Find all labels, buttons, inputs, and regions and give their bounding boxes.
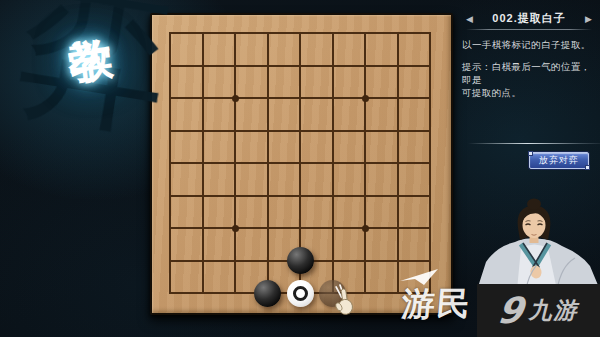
tutorial-banner: 弈 教学 (14, 0, 144, 170)
board-cell[interactable] (301, 34, 334, 67)
gamersky-text: 游民 (400, 282, 474, 327)
board-cell[interactable] (236, 262, 269, 295)
board-cell[interactable] (301, 197, 334, 230)
board-cell[interactable] (171, 34, 204, 67)
board-cell[interactable] (334, 67, 367, 100)
board-cell[interactable] (366, 132, 399, 165)
jiuyou-9-logo: 9 (496, 290, 527, 331)
board-cell[interactable] (236, 99, 269, 132)
board-cell[interactable] (269, 197, 302, 230)
board-cell[interactable] (366, 262, 399, 295)
board-cell[interactable] (334, 34, 367, 67)
board-cell[interactable] (171, 164, 204, 197)
board-cell[interactable] (366, 229, 399, 262)
board-cell[interactable] (366, 67, 399, 100)
board-cell[interactable] (334, 197, 367, 230)
board-cell[interactable] (171, 132, 204, 165)
board-cell[interactable] (171, 229, 204, 262)
abandon-game-button[interactable]: 放弃对弈 (529, 152, 589, 169)
board-cell[interactable] (171, 67, 204, 100)
board-cell[interactable] (269, 34, 302, 67)
gamersky-watermark: 游民 (398, 268, 488, 334)
board-cell[interactable] (399, 34, 432, 67)
board-cell[interactable] (399, 229, 432, 262)
board-cell[interactable] (236, 164, 269, 197)
board-cell[interactable] (301, 132, 334, 165)
board-cell[interactable] (269, 262, 302, 295)
lesson-title: 002.提取白子 (492, 11, 565, 26)
board-cell[interactable] (236, 197, 269, 230)
board-cell[interactable] (334, 164, 367, 197)
board-cell[interactable] (399, 67, 432, 100)
board-cell[interactable] (204, 67, 237, 100)
board-cell[interactable] (269, 99, 302, 132)
board-cell[interactable] (301, 67, 334, 100)
board-cell[interactable] (399, 99, 432, 132)
tutorial-panel: ◀ 002.提取白子 ▶ 以一手棋将标记的白子提取。 提示：白棋最后一气的位置，… (458, 11, 600, 99)
board-cell[interactable] (399, 132, 432, 165)
board-cell[interactable] (171, 262, 204, 295)
board-cell[interactable] (204, 262, 237, 295)
board-cell[interactable] (236, 229, 269, 262)
board-cell[interactable] (269, 132, 302, 165)
board-cell[interactable] (301, 164, 334, 197)
jiuyou-watermark: 9 九游 (477, 284, 600, 337)
jiuyou-name: 九游 (529, 295, 579, 326)
board-cell[interactable] (334, 132, 367, 165)
lesson-nav: ◀ 002.提取白子 ▶ (458, 11, 600, 26)
panel-divider (468, 143, 600, 144)
title-underline (466, 29, 592, 30)
board-cell[interactable] (236, 67, 269, 100)
board-cell[interactable] (269, 67, 302, 100)
board-cell[interactable] (334, 99, 367, 132)
board-cell[interactable] (334, 229, 367, 262)
board-grid[interactable] (169, 32, 431, 294)
character-illustration (477, 196, 600, 290)
board-cell[interactable] (171, 99, 204, 132)
board-cell[interactable] (204, 34, 237, 67)
board-cell[interactable] (204, 164, 237, 197)
board-cell[interactable] (236, 132, 269, 165)
prev-lesson-arrow-icon[interactable]: ◀ (466, 12, 473, 26)
board-cell[interactable] (301, 229, 334, 262)
lesson-description: 以一手棋将标记的白子提取。 (462, 38, 596, 51)
board-cell[interactable] (204, 132, 237, 165)
board-cell[interactable] (366, 99, 399, 132)
board-cell[interactable] (269, 164, 302, 197)
board-cell[interactable] (366, 164, 399, 197)
hint-line-2: 可提取的点。 (462, 86, 596, 99)
lesson-hint: 提示：白棋最后一气的位置，即是 可提取的点。 (462, 60, 596, 99)
board-cell[interactable] (366, 34, 399, 67)
board-cell[interactable] (236, 34, 269, 67)
hand-cursor (329, 282, 359, 317)
board-cell[interactable] (399, 197, 432, 230)
brush-calligraphy-background: 弈 (9, 0, 181, 141)
hint-line-1: 提示：白棋最后一气的位置，即是 (462, 60, 596, 86)
board-cell[interactable] (204, 99, 237, 132)
board-cell[interactable] (171, 197, 204, 230)
board-cell[interactable] (204, 229, 237, 262)
board-cell[interactable] (399, 164, 432, 197)
board-cell[interactable] (204, 197, 237, 230)
board-cell[interactable] (301, 99, 334, 132)
board-cell[interactable] (269, 229, 302, 262)
next-lesson-arrow-icon[interactable]: ▶ (585, 12, 592, 26)
board-cell[interactable] (366, 197, 399, 230)
